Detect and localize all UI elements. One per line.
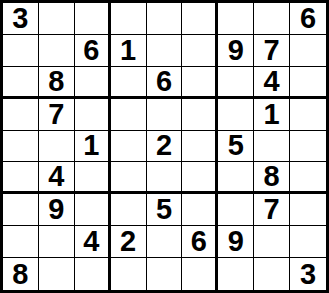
cell-r2c7[interactable]: 9 [218,35,254,67]
cell-r7c7[interactable] [218,194,254,226]
cell-r4c4[interactable] [111,99,147,131]
cell-r2c1[interactable] [3,35,39,67]
cell-r6c7[interactable] [218,162,254,194]
cell-r7c3[interactable] [75,194,111,226]
cell-r5c6[interactable] [182,131,218,163]
cell-r4c3[interactable] [75,99,111,131]
cell-r8c3[interactable]: 4 [75,226,111,258]
cell-r2c5[interactable] [147,35,183,67]
cell-r3c4[interactable] [111,67,147,99]
cell-r4c2[interactable]: 7 [39,99,75,131]
cell-r3c6[interactable] [182,67,218,99]
cell-r5c5[interactable]: 2 [147,131,183,163]
cell-r6c1[interactable] [3,162,39,194]
cell-r1c5[interactable] [147,3,183,35]
cell-r9c7[interactable] [218,258,254,290]
cell-r9c3[interactable] [75,258,111,290]
cell-r8c9[interactable] [290,226,326,258]
cell-r4c8[interactable]: 1 [254,99,290,131]
cell-r1c7[interactable] [218,3,254,35]
cell-r6c9[interactable] [290,162,326,194]
cell-r5c3[interactable]: 1 [75,131,111,163]
cell-r3c7[interactable] [218,67,254,99]
cell-r3c9[interactable] [290,67,326,99]
cell-r8c8[interactable] [254,226,290,258]
cell-r2c8[interactable]: 7 [254,35,290,67]
cell-r4c9[interactable] [290,99,326,131]
cell-r1c8[interactable] [254,3,290,35]
cell-r4c7[interactable] [218,99,254,131]
cell-r3c1[interactable] [3,67,39,99]
cell-r2c6[interactable] [182,35,218,67]
cell-r3c5[interactable]: 6 [147,67,183,99]
cell-r9c1[interactable]: 8 [3,258,39,290]
cell-r9c5[interactable] [147,258,183,290]
sudoku-board: 3661978647112548957426983 [0,0,329,293]
cell-r1c2[interactable] [39,3,75,35]
cell-r5c4[interactable] [111,131,147,163]
cell-r5c7[interactable]: 5 [218,131,254,163]
cell-r4c1[interactable] [3,99,39,131]
cell-r3c2[interactable]: 8 [39,67,75,99]
cell-r7c2[interactable]: 9 [39,194,75,226]
cell-r5c8[interactable] [254,131,290,163]
cell-r6c2[interactable]: 4 [39,162,75,194]
cell-r3c3[interactable] [75,67,111,99]
cell-r8c7[interactable]: 9 [218,226,254,258]
cell-r1c3[interactable] [75,3,111,35]
cell-r8c4[interactable]: 2 [111,226,147,258]
cell-r7c5[interactable]: 5 [147,194,183,226]
cell-r6c3[interactable] [75,162,111,194]
cell-r6c6[interactable] [182,162,218,194]
cell-r7c6[interactable] [182,194,218,226]
cell-r7c9[interactable] [290,194,326,226]
cell-r1c4[interactable] [111,3,147,35]
cell-r3c8[interactable]: 4 [254,67,290,99]
cell-r9c9[interactable]: 3 [290,258,326,290]
cell-r6c4[interactable] [111,162,147,194]
cell-r7c8[interactable]: 7 [254,194,290,226]
cell-r2c3[interactable]: 6 [75,35,111,67]
cell-r2c4[interactable]: 1 [111,35,147,67]
cell-r8c1[interactable] [3,226,39,258]
cell-r2c2[interactable] [39,35,75,67]
cell-r1c6[interactable] [182,3,218,35]
cell-r4c6[interactable] [182,99,218,131]
cell-r9c2[interactable] [39,258,75,290]
cell-r8c5[interactable] [147,226,183,258]
cell-r8c6[interactable]: 6 [182,226,218,258]
cell-r7c4[interactable] [111,194,147,226]
cell-r5c1[interactable] [3,131,39,163]
cell-r7c1[interactable] [3,194,39,226]
cell-r2c9[interactable] [290,35,326,67]
cell-r6c5[interactable] [147,162,183,194]
cell-r6c8[interactable]: 8 [254,162,290,194]
cell-r9c8[interactable] [254,258,290,290]
cell-r1c1[interactable]: 3 [3,3,39,35]
cell-r4c5[interactable] [147,99,183,131]
cell-r5c2[interactable] [39,131,75,163]
cell-r9c4[interactable] [111,258,147,290]
cell-r1c9[interactable]: 6 [290,3,326,35]
cell-r9c6[interactable] [182,258,218,290]
cell-r8c2[interactable] [39,226,75,258]
cell-r5c9[interactable] [290,131,326,163]
